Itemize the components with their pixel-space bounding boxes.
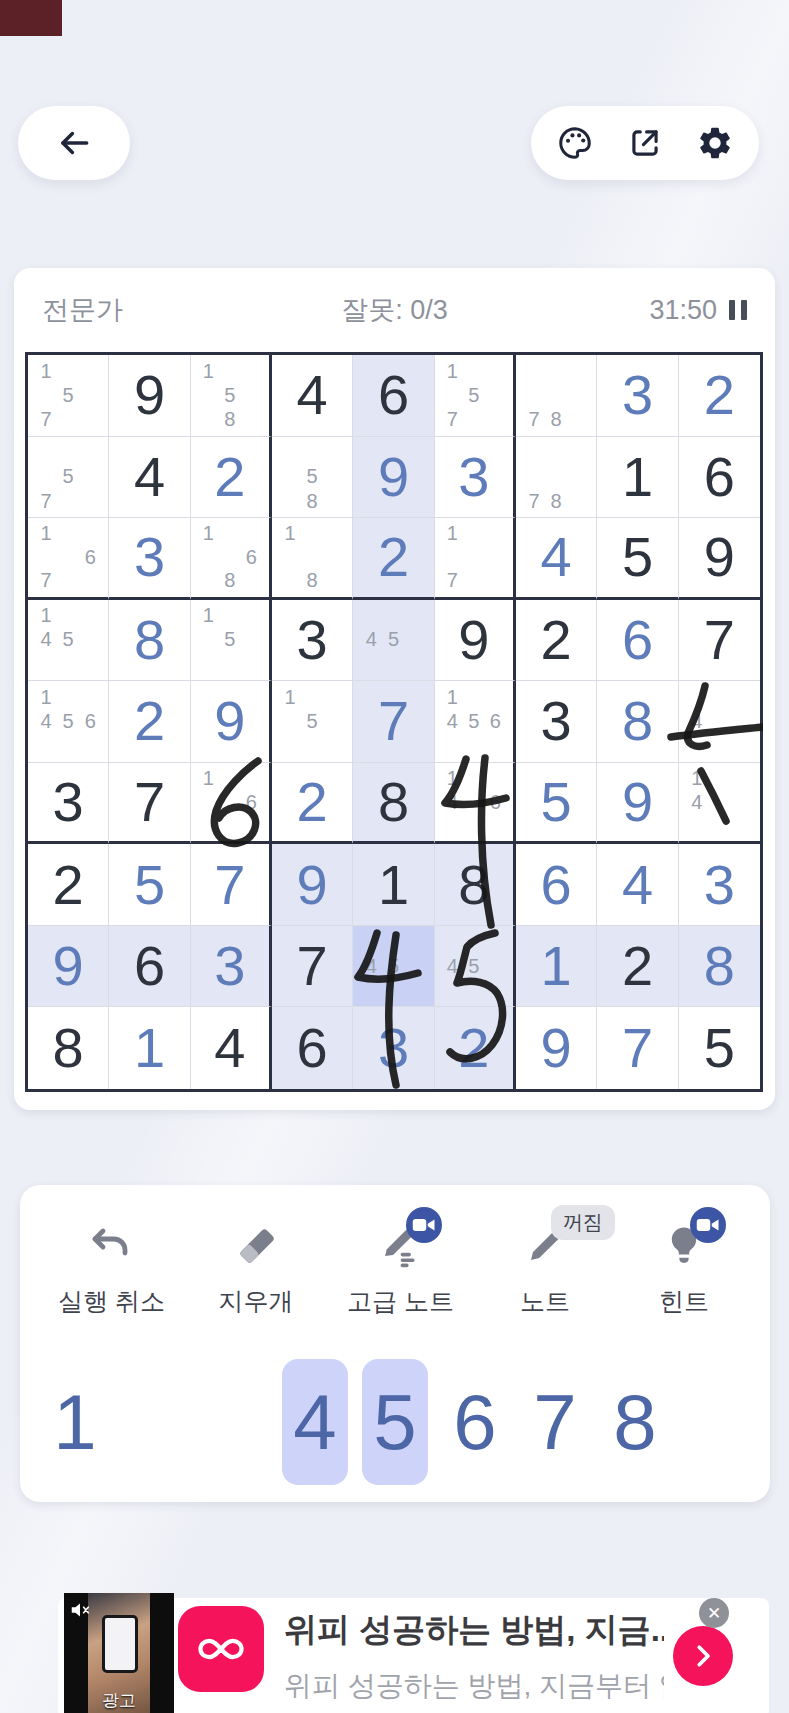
share-button[interactable] [623, 121, 667, 165]
ad-video-badge [406, 1207, 442, 1243]
cell-r3c6[interactable]: 17 [435, 518, 516, 600]
cell-r2c8[interactable]: 1 [597, 437, 678, 519]
phone-image [102, 1615, 138, 1673]
cell-r7c4[interactable]: 9 [272, 844, 353, 926]
theme-palette-button[interactable] [553, 121, 597, 165]
pencil-notes: 158 [198, 359, 262, 432]
cell-r4c7[interactable]: 2 [516, 600, 597, 682]
cell-r2c2[interactable]: 4 [109, 437, 190, 519]
cell-r3c2[interactable]: 3 [109, 518, 190, 600]
notes-pencil-icon: 꺼짐 [519, 1219, 571, 1271]
cell-r6c6[interactable]: 146 [435, 763, 516, 845]
cell-r6c7[interactable]: 5 [516, 763, 597, 845]
cell-r9c9[interactable]: 5 [679, 1007, 760, 1089]
pencil-notes: 4 [686, 685, 753, 758]
filled-digit: 3 [214, 938, 245, 994]
cell-r6c5[interactable]: 8 [353, 763, 434, 845]
infinity-logo-icon [193, 1621, 249, 1677]
given-digit: 3 [541, 693, 572, 749]
given-digit: 5 [704, 1020, 735, 1076]
cell-r3c7[interactable]: 4 [516, 518, 597, 600]
cell-r2c5[interactable]: 9 [353, 437, 434, 519]
filled-digit: 9 [53, 938, 84, 994]
cell-r3c3[interactable]: 168 [191, 518, 272, 600]
game-header: 전문가 잘못: 0/3 31:50 [14, 268, 775, 352]
cell-r5c2[interactable]: 2 [109, 681, 190, 763]
cell-r6c1[interactable]: 3 [28, 763, 109, 845]
given-digit: 8 [53, 1020, 84, 1076]
filled-digit: 7 [214, 857, 245, 913]
top-actions [531, 106, 759, 180]
cell-r5c4[interactable]: 15 [272, 681, 353, 763]
notes-off-badge: 꺼짐 [551, 1205, 615, 1240]
filled-digit: 1 [541, 938, 572, 994]
cell-r5c3[interactable]: 9 [191, 681, 272, 763]
given-digit: 7 [704, 612, 735, 668]
screen-artifact [0, 0, 62, 36]
cell-r7c1[interactable]: 2 [28, 844, 109, 926]
filled-digit: 2 [134, 693, 165, 749]
cell-r8c9[interactable]: 8 [679, 926, 760, 1008]
given-digit: 4 [214, 1020, 245, 1076]
cell-r2c3[interactable]: 2 [191, 437, 272, 519]
given-digit: 4 [297, 367, 328, 423]
eraser-button[interactable]: 지우개 [208, 1219, 304, 1318]
filled-digit: 8 [134, 612, 165, 668]
given-digit: 8 [458, 857, 489, 913]
ad-banner[interactable]: 광고 위피 성공하는 방법, 지금... 위피 성공하는 방법, 지금부터 알.… [58, 1598, 769, 1713]
given-digit: 7 [134, 774, 165, 830]
given-digit: 6 [134, 938, 165, 994]
given-digit: 1 [622, 449, 653, 505]
ad-headline: 위피 성공하는 방법, 지금... [284, 1608, 664, 1653]
eraser-label: 지우개 [218, 1285, 293, 1318]
filled-digit: 3 [378, 1020, 409, 1076]
filled-digit: 9 [214, 693, 245, 749]
cell-r8c5[interactable]: 45 [353, 926, 434, 1008]
filled-digit: 9 [297, 857, 328, 913]
ad-video-badge [690, 1207, 726, 1243]
pencil-notes: 18 [279, 522, 345, 593]
cell-r8c2[interactable]: 6 [109, 926, 190, 1008]
back-arrow-icon [52, 121, 96, 165]
cell-r4c2[interactable]: 8 [109, 600, 190, 682]
given-digit: 9 [704, 529, 735, 585]
given-digit: 6 [297, 1020, 328, 1076]
pencil-notes: 58 [279, 441, 345, 514]
given-digit: 1 [378, 857, 409, 913]
cell-r8c4[interactable]: 7 [272, 926, 353, 1008]
undo-icon [85, 1219, 137, 1271]
board-area: 1579158461577832574258937816167316818217… [25, 352, 763, 1092]
cell-r9c4[interactable]: 6 [272, 1007, 353, 1089]
cell-r4c6[interactable]: 9 [435, 600, 516, 682]
pencil-notes: 1456 [442, 685, 506, 758]
cell-r1c2[interactable]: 9 [109, 355, 190, 437]
cell-r1c7[interactable]: 78 [516, 355, 597, 437]
cell-r4c8[interactable]: 6 [597, 600, 678, 682]
ad-cta-button[interactable] [673, 1626, 733, 1686]
numpad-digit-8[interactable]: 8 [595, 1353, 675, 1491]
cell-r8c7[interactable]: 1 [516, 926, 597, 1008]
given-digit: 6 [704, 449, 735, 505]
cell-r9c1[interactable]: 8 [28, 1007, 109, 1089]
hint-button[interactable]: 힌트 [636, 1219, 732, 1318]
cell-r4c4[interactable]: 3 [272, 600, 353, 682]
ad-label: 광고 [64, 1689, 174, 1712]
chevron-right-icon [688, 1641, 718, 1671]
cell-r1c5[interactable]: 6 [353, 355, 434, 437]
pencil-notes: 168 [198, 522, 262, 593]
pencil-notes: 15 [198, 604, 262, 677]
filled-digit: 7 [622, 1020, 653, 1076]
pencil-notes: 1456 [35, 685, 101, 758]
pencil-notes: 17 [442, 522, 506, 593]
cell-r9c5[interactable]: 3 [353, 1007, 434, 1089]
given-digit: 9 [134, 367, 165, 423]
cell-r2c4[interactable]: 58 [272, 437, 353, 519]
cell-r7c8[interactable]: 4 [597, 844, 678, 926]
given-digit: 2 [622, 938, 653, 994]
cell-r7c2[interactable]: 5 [109, 844, 190, 926]
ad-text: 위피 성공하는 방법, 지금... 위피 성공하는 방법, 지금부터 알... [284, 1608, 664, 1705]
pencil-notes: 57 [35, 441, 101, 514]
cell-r4c9[interactable]: 7 [679, 600, 760, 682]
cell-r3c8[interactable]: 5 [597, 518, 678, 600]
cell-r1c9[interactable]: 2 [679, 355, 760, 437]
filled-digit: 4 [541, 529, 572, 585]
cell-r1c4[interactable]: 4 [272, 355, 353, 437]
cell-r5c8[interactable]: 8 [597, 681, 678, 763]
cell-r5c1[interactable]: 1456 [28, 681, 109, 763]
filled-digit: 3 [704, 857, 735, 913]
numpad-empty-slot [195, 1353, 275, 1491]
ad-video-thumbnail[interactable]: 광고 [64, 1593, 174, 1713]
cell-r6c4[interactable]: 2 [272, 763, 353, 845]
cell-r8c1[interactable]: 9 [28, 926, 109, 1008]
cell-r2c1[interactable]: 57 [28, 437, 109, 519]
cell-r6c8[interactable]: 9 [597, 763, 678, 845]
numpad-digit-4[interactable]: 4 [275, 1353, 355, 1491]
hint-label: 힌트 [659, 1285, 709, 1318]
cell-r6c3[interactable]: 16 [191, 763, 272, 845]
back-button[interactable] [18, 106, 130, 180]
cell-r2c6[interactable]: 3 [435, 437, 516, 519]
cell-r9c2[interactable]: 1 [109, 1007, 190, 1089]
cell-r9c6[interactable]: 2 [435, 1007, 516, 1089]
filled-digit: 3 [458, 449, 489, 505]
gear-icon [696, 124, 734, 162]
toolbar: 실행 취소 지우개 [20, 1219, 770, 1318]
eraser-icon [230, 1219, 282, 1271]
cell-r6c9[interactable]: 14 [679, 763, 760, 845]
cell-r6c2[interactable]: 7 [109, 763, 190, 845]
given-digit: 3 [53, 774, 84, 830]
pause-icon[interactable] [729, 300, 747, 320]
numpad-empty-slot [115, 1353, 195, 1491]
pencil-notes: 14 [686, 767, 753, 838]
filled-digit: 2 [297, 774, 328, 830]
cell-r7c9[interactable]: 3 [679, 844, 760, 926]
sudoku-grid: 1579158461577832574258937816167316818217… [25, 352, 763, 1092]
filled-digit: 5 [134, 857, 165, 913]
pencil-notes: 78 [523, 441, 589, 514]
given-digit: 8 [378, 774, 409, 830]
advanced-notes-icon [374, 1219, 426, 1271]
given-digit: 2 [53, 857, 84, 913]
cell-r3c1[interactable]: 167 [28, 518, 109, 600]
cell-r3c4[interactable]: 18 [272, 518, 353, 600]
cell-r5c7[interactable]: 3 [516, 681, 597, 763]
cell-r8c3[interactable]: 3 [191, 926, 272, 1008]
filled-digit: 1 [134, 1020, 165, 1076]
cell-r4c5[interactable]: 45 [353, 600, 434, 682]
given-digit: 7 [297, 938, 328, 994]
tools-panel: 실행 취소 지우개 [20, 1185, 770, 1502]
given-digit: 5 [622, 529, 653, 585]
advanced-notes-label: 고급 노트 [347, 1285, 454, 1318]
cell-r5c6[interactable]: 1456 [435, 681, 516, 763]
pencil-notes: 78 [523, 359, 589, 432]
ad-description: 위피 성공하는 방법, 지금부터 알... [284, 1667, 664, 1705]
pencil-notes: 146 [442, 767, 506, 838]
timer: 31:50 [649, 295, 717, 326]
given-digit: 9 [458, 612, 489, 668]
cell-r4c1[interactable]: 145 [28, 600, 109, 682]
cell-r7c3[interactable]: 7 [191, 844, 272, 926]
cell-r4c3[interactable]: 15 [191, 600, 272, 682]
filled-digit: 2 [704, 367, 735, 423]
cell-r1c3[interactable]: 158 [191, 355, 272, 437]
filled-digit: 9 [378, 449, 409, 505]
filled-digit: 6 [541, 857, 572, 913]
open-in-new-icon [626, 124, 664, 162]
cell-r1c1[interactable]: 157 [28, 355, 109, 437]
filled-digit: 8 [622, 693, 653, 749]
cell-r7c7[interactable]: 6 [516, 844, 597, 926]
given-digit: 4 [134, 449, 165, 505]
numpad-digit-1[interactable]: 1 [35, 1353, 115, 1491]
filled-digit: 2 [458, 1020, 489, 1076]
cell-r9c7[interactable]: 9 [516, 1007, 597, 1089]
pencil-notes: 167 [35, 522, 101, 593]
numpad-digit-6[interactable]: 6 [435, 1353, 515, 1491]
mute-speaker-icon[interactable] [69, 1599, 91, 1625]
pencil-notes: 45 [360, 604, 426, 677]
filled-digit: 4 [622, 857, 653, 913]
filled-digit: 3 [622, 367, 653, 423]
given-digit: 3 [297, 612, 328, 668]
pencil-notes: 45 [360, 930, 426, 1003]
numpad: 145678 [35, 1353, 755, 1491]
cell-r1c6[interactable]: 157 [435, 355, 516, 437]
notes-label: 노트 [520, 1285, 570, 1318]
cell-r9c8[interactable]: 7 [597, 1007, 678, 1089]
filled-digit: 2 [214, 449, 245, 505]
pencil-notes: 15 [279, 685, 345, 758]
numpad-digit-7[interactable]: 7 [515, 1353, 595, 1491]
cell-r5c9[interactable]: 4 [679, 681, 760, 763]
ad-close-button[interactable]: ✕ [699, 1598, 729, 1628]
cell-r8c6[interactable]: 45 [435, 926, 516, 1008]
pencil-notes: 145 [35, 604, 101, 677]
cell-r5c5[interactable]: 7 [353, 681, 434, 763]
filled-digit: 3 [134, 529, 165, 585]
cell-r3c9[interactable]: 9 [679, 518, 760, 600]
numpad-empty-slot [675, 1353, 755, 1491]
numpad-digit-5[interactable]: 5 [355, 1353, 435, 1491]
app-screen: 전문가 잘못: 0/3 31:50 1579158461577832574258… [0, 0, 789, 1713]
cell-r7c5[interactable]: 1 [353, 844, 434, 926]
notes-button[interactable]: 꺼짐 노트 [497, 1219, 593, 1318]
undo-button[interactable]: 실행 취소 [58, 1219, 165, 1318]
advanced-notes-button[interactable]: 고급 노트 [347, 1219, 454, 1318]
game-card: 전문가 잘못: 0/3 31:50 1579158461577832574258… [14, 268, 775, 1110]
filled-digit: 5 [541, 774, 572, 830]
cell-r3c5[interactable]: 2 [353, 518, 434, 600]
pencil-notes: 157 [35, 359, 101, 432]
advertiser-logo [178, 1606, 264, 1692]
hint-bulb-icon [658, 1219, 710, 1271]
settings-button[interactable] [693, 121, 737, 165]
cell-r9c3[interactable]: 4 [191, 1007, 272, 1089]
cell-r1c8[interactable]: 3 [597, 355, 678, 437]
given-digit: 6 [378, 367, 409, 423]
pencil-notes: 16 [198, 767, 262, 838]
cell-r8c8[interactable]: 2 [597, 926, 678, 1008]
cell-r2c9[interactable]: 6 [679, 437, 760, 519]
filled-digit: 9 [622, 774, 653, 830]
palette-icon [556, 124, 594, 162]
filled-digit: 8 [704, 938, 735, 994]
cell-r2c7[interactable]: 78 [516, 437, 597, 519]
cell-r7c6[interactable]: 8 [435, 844, 516, 926]
pencil-notes: 45 [442, 930, 506, 1003]
given-digit: 2 [541, 612, 572, 668]
filled-digit: 7 [378, 693, 409, 749]
filled-digit: 9 [541, 1020, 572, 1076]
filled-digit: 6 [622, 612, 653, 668]
undo-label: 실행 취소 [58, 1285, 165, 1318]
pencil-notes: 157 [442, 359, 506, 432]
filled-digit: 2 [378, 529, 409, 585]
